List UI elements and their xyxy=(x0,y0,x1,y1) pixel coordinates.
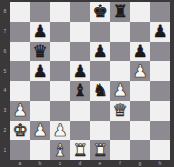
square-e4[interactable]: ♞ xyxy=(90,81,110,101)
piece-white-rook[interactable]: ♜ xyxy=(72,141,87,158)
square-g1[interactable] xyxy=(130,140,150,160)
square-g2[interactable] xyxy=(130,121,150,141)
square-c5[interactable] xyxy=(50,61,70,81)
square-f1[interactable] xyxy=(110,140,130,160)
square-a8[interactable] xyxy=(10,2,30,22)
square-e5[interactable] xyxy=(90,61,110,81)
file-label-c: c xyxy=(50,160,70,167)
square-a2[interactable]: ♚ xyxy=(10,121,30,141)
rank-label-8: 8 xyxy=(0,2,10,22)
square-e3[interactable] xyxy=(90,101,110,121)
piece-black-pawn[interactable]: ♟ xyxy=(152,23,167,40)
square-e1[interactable]: ♜ xyxy=(90,140,110,160)
piece-black-pawn[interactable]: ♟ xyxy=(32,62,47,79)
square-c3[interactable] xyxy=(50,101,70,121)
piece-white-pawn[interactable]: ♟ xyxy=(132,62,147,79)
square-a1[interactable] xyxy=(10,140,30,160)
square-g5[interactable]: ♟ xyxy=(130,61,150,81)
square-f7[interactable] xyxy=(110,22,130,42)
square-a4[interactable] xyxy=(10,81,30,101)
file-label-b: b xyxy=(30,160,50,167)
square-e8[interactable]: ♚ xyxy=(90,2,110,22)
square-c8[interactable] xyxy=(50,2,70,22)
square-e6[interactable]: ♟ xyxy=(90,42,110,62)
square-f8[interactable]: ♜ xyxy=(110,2,130,22)
square-f4[interactable]: ♟ xyxy=(110,81,130,101)
piece-black-queen[interactable]: ♛ xyxy=(32,42,47,59)
piece-black-pawn[interactable]: ♟ xyxy=(32,23,47,40)
square-c6[interactable] xyxy=(50,42,70,62)
square-g8[interactable] xyxy=(130,2,150,22)
rank-label-7: 7 xyxy=(0,22,10,42)
file-label-a: a xyxy=(10,160,30,167)
square-a3[interactable]: ♟ xyxy=(10,101,30,121)
square-b2[interactable]: ♟ xyxy=(30,121,50,141)
square-b7[interactable]: ♟ xyxy=(30,22,50,42)
square-h8[interactable] xyxy=(150,2,170,22)
square-h2[interactable] xyxy=(150,121,170,141)
square-h1[interactable] xyxy=(150,140,170,160)
piece-white-pawn[interactable]: ♟ xyxy=(32,121,47,138)
file-label-d: d xyxy=(70,160,90,167)
square-h4[interactable] xyxy=(150,81,170,101)
square-b1[interactable] xyxy=(30,140,50,160)
piece-black-bishop[interactable]: ♝ xyxy=(72,82,87,99)
piece-white-bishop[interactable]: ♝ xyxy=(52,141,67,158)
piece-white-queen[interactable]: ♛ xyxy=(112,102,127,119)
piece-white-king[interactable]: ♚ xyxy=(12,121,27,138)
piece-black-rook[interactable]: ♜ xyxy=(112,3,127,20)
rank-label-6: 6 xyxy=(0,42,10,62)
square-f5[interactable] xyxy=(110,61,130,81)
piece-white-pawn[interactable]: ♟ xyxy=(52,121,67,138)
square-c7[interactable] xyxy=(50,22,70,42)
piece-white-pawn[interactable]: ♟ xyxy=(12,102,27,119)
square-h5[interactable] xyxy=(150,61,170,81)
square-h3[interactable] xyxy=(150,101,170,121)
rank-label-5: 5 xyxy=(0,61,10,81)
chess-diagram: 87654321 ♚♜♟♟♛♟♟♟♟♟♝♞♟♟♛♚♟♟♝♜♜ abcdefgh xyxy=(0,0,174,167)
rank-label-2: 2 xyxy=(0,121,10,141)
square-h6[interactable] xyxy=(150,42,170,62)
chess-board: ♚♜♟♟♛♟♟♟♟♟♝♞♟♟♛♚♟♟♝♜♜ xyxy=(10,2,170,160)
piece-black-pawn[interactable]: ♟ xyxy=(132,42,147,59)
file-label-h: h xyxy=(150,160,170,167)
square-b5[interactable]: ♟ xyxy=(30,61,50,81)
square-g7[interactable] xyxy=(130,22,150,42)
square-f2[interactable] xyxy=(110,121,130,141)
square-c4[interactable] xyxy=(50,81,70,101)
square-f6[interactable] xyxy=(110,42,130,62)
piece-black-pawn[interactable]: ♟ xyxy=(72,62,87,79)
square-c2[interactable]: ♟ xyxy=(50,121,70,141)
rank-label-4: 4 xyxy=(0,81,10,101)
square-d7[interactable] xyxy=(70,22,90,42)
square-d3[interactable] xyxy=(70,101,90,121)
piece-black-knight[interactable]: ♞ xyxy=(92,82,107,99)
square-f3[interactable]: ♛ xyxy=(110,101,130,121)
square-d6[interactable] xyxy=(70,42,90,62)
square-g3[interactable] xyxy=(130,101,150,121)
file-labels: abcdefgh xyxy=(10,160,170,167)
square-g4[interactable] xyxy=(130,81,150,101)
piece-white-pawn[interactable]: ♟ xyxy=(112,82,127,99)
piece-white-rook[interactable]: ♜ xyxy=(92,141,107,158)
square-b8[interactable] xyxy=(30,2,50,22)
square-d2[interactable] xyxy=(70,121,90,141)
file-label-g: g xyxy=(130,160,150,167)
square-d8[interactable] xyxy=(70,2,90,22)
square-d1[interactable]: ♜ xyxy=(70,140,90,160)
square-c1[interactable]: ♝ xyxy=(50,140,70,160)
piece-black-pawn[interactable]: ♟ xyxy=(92,42,107,59)
square-b4[interactable] xyxy=(30,81,50,101)
square-b3[interactable] xyxy=(30,101,50,121)
square-a5[interactable] xyxy=(10,61,30,81)
rank-label-1: 1 xyxy=(0,140,10,160)
piece-black-king[interactable]: ♚ xyxy=(92,3,107,20)
square-e2[interactable] xyxy=(90,121,110,141)
square-e7[interactable] xyxy=(90,22,110,42)
file-label-f: f xyxy=(110,160,130,167)
square-d5[interactable]: ♟ xyxy=(70,61,90,81)
square-d4[interactable]: ♝ xyxy=(70,81,90,101)
rank-labels: 87654321 xyxy=(0,2,10,160)
square-g6[interactable]: ♟ xyxy=(130,42,150,62)
rank-label-3: 3 xyxy=(0,101,10,121)
file-label-e: e xyxy=(90,160,110,167)
square-a7[interactable] xyxy=(10,22,30,42)
square-a6[interactable] xyxy=(10,42,30,62)
square-h7[interactable]: ♟ xyxy=(150,22,170,42)
square-b6[interactable]: ♛ xyxy=(30,42,50,62)
